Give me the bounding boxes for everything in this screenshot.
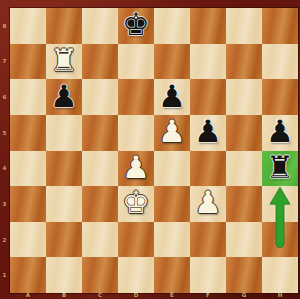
square-h4[interactable]: ♜ [262, 151, 298, 187]
square-a8[interactable] [10, 8, 46, 44]
square-d3[interactable]: ♚ [118, 186, 154, 222]
square-f5[interactable]: ♟ [190, 115, 226, 151]
square-a2[interactable] [10, 222, 46, 258]
square-d2[interactable] [118, 222, 154, 258]
square-e6[interactable]: ♟ [154, 79, 190, 115]
square-f4[interactable] [190, 151, 226, 187]
square-d8[interactable]: ♚ [118, 8, 154, 44]
square-f2[interactable] [190, 222, 226, 258]
square-e1[interactable] [154, 257, 190, 293]
square-b7[interactable]: ♜ [46, 44, 82, 80]
rank-label-6: 6 [0, 79, 9, 115]
file-label-g: G [226, 292, 262, 299]
square-c6[interactable] [82, 79, 118, 115]
square-f6[interactable] [190, 79, 226, 115]
file-label-d: D [118, 292, 154, 299]
rank-label-2: 2 [0, 222, 9, 258]
square-a6[interactable] [10, 79, 46, 115]
white-king-d3[interactable]: ♚ [122, 187, 150, 218]
square-f8[interactable] [190, 8, 226, 44]
square-b2[interactable] [46, 222, 82, 258]
white-pawn-e5[interactable]: ♟ [158, 116, 186, 147]
black-pawn-f5[interactable]: ♟ [194, 116, 222, 147]
square-h8[interactable] [262, 8, 298, 44]
square-c5[interactable] [82, 115, 118, 151]
square-h6[interactable] [262, 79, 298, 115]
rank-label-5: 5 [0, 115, 9, 151]
square-h2[interactable] [262, 222, 298, 258]
file-label-b: B [46, 292, 82, 299]
square-g1[interactable] [226, 257, 262, 293]
rank-label-8: 8 [0, 8, 9, 44]
file-label-c: C [82, 292, 118, 299]
square-g6[interactable] [226, 79, 262, 115]
square-c1[interactable] [82, 257, 118, 293]
square-a5[interactable] [10, 115, 46, 151]
black-pawn-h5[interactable]: ♟ [266, 116, 294, 147]
file-label-f: F [190, 292, 226, 299]
square-a7[interactable] [10, 44, 46, 80]
file-label-h: H [262, 292, 298, 299]
square-h7[interactable] [262, 44, 298, 80]
square-e4[interactable] [154, 151, 190, 187]
chess-board: ♚♜♟♟♟♟♟♟♜♚♟ [10, 8, 298, 293]
square-g4[interactable] [226, 151, 262, 187]
square-a3[interactable] [10, 186, 46, 222]
square-e5[interactable]: ♟ [154, 115, 190, 151]
black-pawn-b6[interactable]: ♟ [50, 81, 78, 112]
file-label-e: E [154, 292, 190, 299]
rank-label-7: 7 [0, 44, 9, 80]
white-rook-b7[interactable]: ♜ [50, 45, 78, 76]
square-g8[interactable] [226, 8, 262, 44]
square-g7[interactable] [226, 44, 262, 80]
square-e8[interactable] [154, 8, 190, 44]
square-b5[interactable] [46, 115, 82, 151]
square-b3[interactable] [46, 186, 82, 222]
square-b6[interactable]: ♟ [46, 79, 82, 115]
square-g2[interactable] [226, 222, 262, 258]
square-h1[interactable] [262, 257, 298, 293]
square-c4[interactable] [82, 151, 118, 187]
black-pawn-e6[interactable]: ♟ [158, 81, 186, 112]
square-f3[interactable]: ♟ [190, 186, 226, 222]
square-f7[interactable] [190, 44, 226, 80]
square-g3[interactable] [226, 186, 262, 222]
square-d6[interactable] [118, 79, 154, 115]
square-d5[interactable] [118, 115, 154, 151]
square-g5[interactable] [226, 115, 262, 151]
square-c8[interactable] [82, 8, 118, 44]
chess-board-frame: ♚♜♟♟♟♟♟♟♜♚♟ 87654321ABCDEFGH [0, 0, 300, 299]
white-pawn-f3[interactable]: ♟ [194, 187, 222, 218]
square-c3[interactable] [82, 186, 118, 222]
rank-label-1: 1 [0, 257, 9, 293]
rank-label-3: 3 [0, 186, 9, 222]
square-h5[interactable]: ♟ [262, 115, 298, 151]
square-b8[interactable] [46, 8, 82, 44]
square-e3[interactable] [154, 186, 190, 222]
square-e7[interactable] [154, 44, 190, 80]
black-king-d8[interactable]: ♚ [122, 9, 150, 40]
rank-label-4: 4 [0, 151, 9, 187]
file-label-a: A [10, 292, 46, 299]
white-pawn-d4[interactable]: ♟ [122, 152, 150, 183]
square-e2[interactable] [154, 222, 190, 258]
square-b4[interactable] [46, 151, 82, 187]
square-d7[interactable] [118, 44, 154, 80]
square-c2[interactable] [82, 222, 118, 258]
square-a4[interactable] [10, 151, 46, 187]
square-b1[interactable] [46, 257, 82, 293]
black-rook-h4[interactable]: ♜ [266, 152, 294, 183]
square-f1[interactable] [190, 257, 226, 293]
square-a1[interactable] [10, 257, 46, 293]
square-c7[interactable] [82, 44, 118, 80]
square-d4[interactable]: ♟ [118, 151, 154, 187]
square-d1[interactable] [118, 257, 154, 293]
square-h3[interactable] [262, 186, 298, 222]
